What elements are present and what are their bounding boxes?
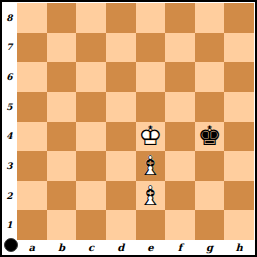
square-g4[interactable]: ♚ bbox=[195, 122, 225, 152]
square-g5[interactable] bbox=[195, 92, 225, 122]
file-label-c: c bbox=[76, 240, 106, 255]
square-d7[interactable] bbox=[106, 33, 136, 63]
square-b2[interactable] bbox=[47, 181, 77, 211]
square-f5[interactable] bbox=[165, 92, 195, 122]
square-g8[interactable] bbox=[195, 3, 225, 33]
square-d2[interactable] bbox=[106, 181, 136, 211]
square-g1[interactable] bbox=[195, 210, 225, 240]
square-b5[interactable] bbox=[47, 92, 77, 122]
file-label-a: a bbox=[17, 240, 47, 255]
square-a8[interactable] bbox=[17, 3, 47, 33]
white-king[interactable]: ♚♔ bbox=[136, 122, 166, 152]
square-b8[interactable] bbox=[47, 3, 77, 33]
square-a2[interactable] bbox=[17, 181, 47, 211]
square-e3[interactable]: ♝♗ bbox=[136, 151, 166, 181]
square-e4[interactable]: ♚♔ bbox=[136, 122, 166, 152]
square-e1[interactable] bbox=[136, 210, 166, 240]
square-e2[interactable]: ♝♗ bbox=[136, 181, 166, 211]
square-c5[interactable] bbox=[76, 92, 106, 122]
square-c7[interactable] bbox=[76, 33, 106, 63]
square-e8[interactable] bbox=[136, 3, 166, 33]
square-h5[interactable] bbox=[224, 92, 254, 122]
square-g3[interactable] bbox=[195, 151, 225, 181]
square-d8[interactable] bbox=[106, 3, 136, 33]
file-label-e: e bbox=[136, 240, 166, 255]
square-g6[interactable] bbox=[195, 62, 225, 92]
square-c4[interactable] bbox=[76, 122, 106, 152]
square-b1[interactable] bbox=[47, 210, 77, 240]
chess-board: ♚♔♚♝♗♝♗ bbox=[17, 3, 254, 240]
square-f6[interactable] bbox=[165, 62, 195, 92]
square-a7[interactable] bbox=[17, 33, 47, 63]
square-b3[interactable] bbox=[47, 151, 77, 181]
black-king-glyph: ♚ bbox=[197, 122, 221, 149]
square-h7[interactable] bbox=[224, 33, 254, 63]
square-f2[interactable] bbox=[165, 181, 195, 211]
file-label-d: d bbox=[106, 240, 136, 255]
square-b7[interactable] bbox=[47, 33, 77, 63]
rank-label-4: 4 bbox=[2, 122, 17, 152]
file-label-b: b bbox=[47, 240, 77, 255]
white-bishop[interactable]: ♝♗ bbox=[136, 181, 166, 211]
square-b4[interactable] bbox=[47, 122, 77, 152]
square-e5[interactable] bbox=[136, 92, 166, 122]
square-g7[interactable] bbox=[195, 33, 225, 63]
square-h1[interactable] bbox=[224, 210, 254, 240]
rank-label-8: 8 bbox=[2, 3, 17, 33]
square-d6[interactable] bbox=[106, 62, 136, 92]
white-bishop-outline: ♗ bbox=[138, 152, 162, 179]
square-h2[interactable] bbox=[224, 181, 254, 211]
white-bishop-outline: ♗ bbox=[138, 182, 162, 209]
square-f4[interactable] bbox=[165, 122, 195, 152]
rank-label-5: 5 bbox=[2, 92, 17, 122]
black-king[interactable]: ♚ bbox=[195, 122, 225, 152]
rank-label-2: 2 bbox=[2, 181, 17, 211]
rank-label-7: 7 bbox=[2, 33, 17, 63]
square-f3[interactable] bbox=[165, 151, 195, 181]
file-label-h: h bbox=[224, 240, 254, 255]
square-c6[interactable] bbox=[76, 62, 106, 92]
square-f8[interactable] bbox=[165, 3, 195, 33]
square-a4[interactable] bbox=[17, 122, 47, 152]
rank-label-1: 1 bbox=[2, 210, 17, 240]
chess-diagram: ♚♔♚♝♗♝♗ 87654321 abcdefgh bbox=[0, 0, 257, 257]
rank-label-6: 6 bbox=[2, 62, 17, 92]
square-e6[interactable] bbox=[136, 62, 166, 92]
square-d1[interactable] bbox=[106, 210, 136, 240]
square-a6[interactable] bbox=[17, 62, 47, 92]
black-to-move-indicator bbox=[4, 238, 18, 252]
square-c2[interactable] bbox=[76, 181, 106, 211]
square-g2[interactable] bbox=[195, 181, 225, 211]
rank-label-3: 3 bbox=[2, 151, 17, 181]
square-c1[interactable] bbox=[76, 210, 106, 240]
file-label-g: g bbox=[195, 240, 225, 255]
square-d5[interactable] bbox=[106, 92, 136, 122]
square-d3[interactable] bbox=[106, 151, 136, 181]
square-c8[interactable] bbox=[76, 3, 106, 33]
square-b6[interactable] bbox=[47, 62, 77, 92]
square-d4[interactable] bbox=[106, 122, 136, 152]
square-h3[interactable] bbox=[224, 151, 254, 181]
square-h4[interactable] bbox=[224, 122, 254, 152]
square-h6[interactable] bbox=[224, 62, 254, 92]
file-label-f: f bbox=[165, 240, 195, 255]
square-e7[interactable] bbox=[136, 33, 166, 63]
square-c3[interactable] bbox=[76, 151, 106, 181]
square-h8[interactable] bbox=[224, 3, 254, 33]
square-a3[interactable] bbox=[17, 151, 47, 181]
square-a1[interactable] bbox=[17, 210, 47, 240]
square-f7[interactable] bbox=[165, 33, 195, 63]
square-f1[interactable] bbox=[165, 210, 195, 240]
white-king-outline: ♔ bbox=[138, 122, 162, 149]
square-a5[interactable] bbox=[17, 92, 47, 122]
white-bishop[interactable]: ♝♗ bbox=[136, 151, 166, 181]
